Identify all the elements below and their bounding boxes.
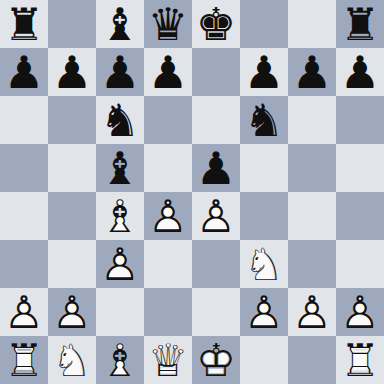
- square-c2[interactable]: [96, 288, 144, 336]
- chess-board: ♜♝♛♚♜♟♟♟♟♟♟♟♞♞♝♟♝♗♟♙♟♙♟♙♞♘♟♙♟♙♟♙♟♙♟♙♜♖♞♘…: [0, 0, 384, 384]
- square-g6[interactable]: [288, 96, 336, 144]
- square-g3[interactable]: [288, 240, 336, 288]
- square-a5[interactable]: [0, 144, 48, 192]
- square-c8[interactable]: ♝: [96, 0, 144, 48]
- square-d7[interactable]: ♟: [144, 48, 192, 96]
- square-a4[interactable]: [0, 192, 48, 240]
- square-g4[interactable]: [288, 192, 336, 240]
- square-b1[interactable]: ♞♘: [48, 336, 96, 384]
- square-a2[interactable]: ♟♙: [0, 288, 48, 336]
- square-d6[interactable]: [144, 96, 192, 144]
- square-d5[interactable]: [144, 144, 192, 192]
- white-bishop-icon: ♝♗: [96, 336, 144, 384]
- square-h5[interactable]: [336, 144, 384, 192]
- black-pawn-icon: ♟: [336, 48, 384, 96]
- square-g2[interactable]: ♟♙: [288, 288, 336, 336]
- square-f8[interactable]: [240, 0, 288, 48]
- black-pawn-icon: ♟: [96, 48, 144, 96]
- square-a3[interactable]: [0, 240, 48, 288]
- square-d2[interactable]: [144, 288, 192, 336]
- square-f1[interactable]: [240, 336, 288, 384]
- square-a7[interactable]: ♟: [0, 48, 48, 96]
- white-bishop-icon: ♝♗: [96, 192, 144, 240]
- square-f5[interactable]: [240, 144, 288, 192]
- square-g1[interactable]: [288, 336, 336, 384]
- square-d8[interactable]: ♛: [144, 0, 192, 48]
- square-g8[interactable]: [288, 0, 336, 48]
- square-d3[interactable]: [144, 240, 192, 288]
- square-c3[interactable]: ♟♙: [96, 240, 144, 288]
- square-c7[interactable]: ♟: [96, 48, 144, 96]
- black-knight-icon: ♞: [240, 96, 288, 144]
- square-c1[interactable]: ♝♗: [96, 336, 144, 384]
- square-c4[interactable]: ♝♗: [96, 192, 144, 240]
- square-e5[interactable]: ♟: [192, 144, 240, 192]
- square-e3[interactable]: [192, 240, 240, 288]
- square-d1[interactable]: ♛♕: [144, 336, 192, 384]
- square-b7[interactable]: ♟: [48, 48, 96, 96]
- black-pawn-icon: ♟: [288, 48, 336, 96]
- square-d4[interactable]: ♟♙: [144, 192, 192, 240]
- square-h8[interactable]: ♜: [336, 0, 384, 48]
- square-f2[interactable]: ♟♙: [240, 288, 288, 336]
- black-bishop-icon: ♝: [96, 144, 144, 192]
- square-h2[interactable]: ♟♙: [336, 288, 384, 336]
- square-g7[interactable]: ♟: [288, 48, 336, 96]
- square-e4[interactable]: ♟♙: [192, 192, 240, 240]
- white-pawn-icon: ♟♙: [240, 288, 288, 336]
- square-f3[interactable]: ♞♘: [240, 240, 288, 288]
- white-pawn-icon: ♟♙: [0, 288, 48, 336]
- white-pawn-icon: ♟♙: [144, 192, 192, 240]
- square-e7[interactable]: [192, 48, 240, 96]
- square-g5[interactable]: [288, 144, 336, 192]
- black-pawn-icon: ♟: [48, 48, 96, 96]
- square-b5[interactable]: [48, 144, 96, 192]
- white-rook-icon: ♜♖: [0, 336, 48, 384]
- square-b8[interactable]: [48, 0, 96, 48]
- square-e6[interactable]: [192, 96, 240, 144]
- white-knight-icon: ♞♘: [48, 336, 96, 384]
- square-e1[interactable]: ♚♔: [192, 336, 240, 384]
- white-pawn-icon: ♟♙: [48, 288, 96, 336]
- white-pawn-icon: ♟♙: [288, 288, 336, 336]
- square-h4[interactable]: [336, 192, 384, 240]
- square-b3[interactable]: [48, 240, 96, 288]
- white-pawn-icon: ♟♙: [96, 240, 144, 288]
- white-king-icon: ♚♔: [192, 336, 240, 384]
- white-pawn-icon: ♟♙: [336, 288, 384, 336]
- square-a1[interactable]: ♜♖: [0, 336, 48, 384]
- white-knight-icon: ♞♘: [240, 240, 288, 288]
- black-pawn-icon: ♟: [192, 144, 240, 192]
- square-f4[interactable]: [240, 192, 288, 240]
- black-king-icon: ♚: [192, 0, 240, 48]
- square-b4[interactable]: [48, 192, 96, 240]
- square-h1[interactable]: ♜♖: [336, 336, 384, 384]
- black-pawn-icon: ♟: [240, 48, 288, 96]
- black-rook-icon: ♜: [336, 0, 384, 48]
- white-pawn-icon: ♟♙: [192, 192, 240, 240]
- black-rook-icon: ♜: [0, 0, 48, 48]
- square-a8[interactable]: ♜: [0, 0, 48, 48]
- square-h7[interactable]: ♟: [336, 48, 384, 96]
- black-pawn-icon: ♟: [144, 48, 192, 96]
- square-c5[interactable]: ♝: [96, 144, 144, 192]
- square-b6[interactable]: [48, 96, 96, 144]
- square-c6[interactable]: ♞: [96, 96, 144, 144]
- square-f6[interactable]: ♞: [240, 96, 288, 144]
- square-h3[interactable]: [336, 240, 384, 288]
- square-e8[interactable]: ♚: [192, 0, 240, 48]
- square-e2[interactable]: [192, 288, 240, 336]
- square-f7[interactable]: ♟: [240, 48, 288, 96]
- square-a6[interactable]: [0, 96, 48, 144]
- white-rook-icon: ♜♖: [336, 336, 384, 384]
- black-queen-icon: ♛: [144, 0, 192, 48]
- square-h6[interactable]: [336, 96, 384, 144]
- black-pawn-icon: ♟: [0, 48, 48, 96]
- white-queen-icon: ♛♕: [144, 336, 192, 384]
- black-bishop-icon: ♝: [96, 0, 144, 48]
- black-knight-icon: ♞: [96, 96, 144, 144]
- square-b2[interactable]: ♟♙: [48, 288, 96, 336]
